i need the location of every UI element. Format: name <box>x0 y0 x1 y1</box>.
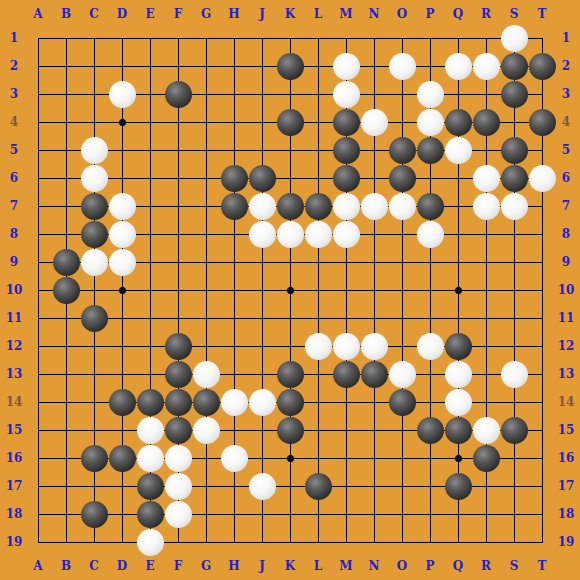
column-label-bottom: T <box>538 560 547 572</box>
black-stone[interactable] <box>333 109 360 136</box>
column-label-top: J <box>259 8 265 20</box>
row-label-left: 4 <box>10 116 18 128</box>
column-label-top: N <box>369 8 380 20</box>
row-label-right: 16 <box>558 452 575 464</box>
black-stone[interactable] <box>193 389 220 416</box>
black-stone[interactable] <box>501 137 528 164</box>
white-stone[interactable] <box>165 445 192 472</box>
white-stone[interactable] <box>109 221 136 248</box>
row-label-right: 13 <box>558 368 575 380</box>
row-label-left: 11 <box>6 312 23 324</box>
black-stone[interactable] <box>137 389 164 416</box>
row-label-left: 5 <box>10 144 18 156</box>
row-label-right: 1 <box>562 32 570 44</box>
column-label-bottom: H <box>228 560 239 572</box>
row-label-left: 8 <box>10 228 18 240</box>
row-label-right: 18 <box>558 508 575 520</box>
black-stone[interactable] <box>445 473 472 500</box>
column-label-bottom: F <box>174 560 183 572</box>
white-stone[interactable] <box>417 221 444 248</box>
row-label-left: 15 <box>6 424 23 436</box>
white-stone[interactable] <box>333 193 360 220</box>
white-stone[interactable] <box>81 249 108 276</box>
row-label-left: 2 <box>10 60 18 72</box>
white-stone[interactable] <box>389 193 416 220</box>
black-stone[interactable] <box>277 361 304 388</box>
white-stone[interactable] <box>417 109 444 136</box>
black-stone[interactable] <box>165 389 192 416</box>
white-stone[interactable] <box>137 417 164 444</box>
black-stone[interactable] <box>389 165 416 192</box>
black-stone[interactable] <box>165 81 192 108</box>
grid-line-horizontal <box>38 318 543 319</box>
column-label-bottom: O <box>397 560 407 572</box>
black-stone[interactable] <box>221 193 248 220</box>
white-stone[interactable] <box>305 333 332 360</box>
white-stone[interactable] <box>333 53 360 80</box>
column-label-top: L <box>314 8 322 20</box>
column-label-top: B <box>61 8 71 20</box>
grid-line-vertical <box>402 38 403 543</box>
black-stone[interactable] <box>445 333 472 360</box>
column-label-bottom: C <box>89 560 99 572</box>
white-stone[interactable] <box>333 221 360 248</box>
go-board[interactable]: AABBCCDDEEFFGGHHJJKKLLMMNNOOPPQQRRSSTT11… <box>0 0 580 580</box>
black-stone[interactable] <box>445 417 472 444</box>
white-stone[interactable] <box>529 165 556 192</box>
column-label-bottom: R <box>481 560 491 572</box>
black-stone[interactable] <box>445 109 472 136</box>
column-label-top: Q <box>453 8 463 20</box>
row-label-right: 19 <box>558 536 575 548</box>
white-stone[interactable] <box>473 417 500 444</box>
row-label-left: 12 <box>6 340 23 352</box>
row-label-right: 4 <box>562 116 570 128</box>
white-stone[interactable] <box>417 81 444 108</box>
row-label-left: 17 <box>6 480 23 492</box>
row-label-right: 7 <box>562 200 570 212</box>
black-stone[interactable] <box>165 333 192 360</box>
grid-line-horizontal <box>38 514 543 515</box>
row-label-left: 9 <box>10 256 18 268</box>
row-label-right: 15 <box>558 424 575 436</box>
row-label-left: 6 <box>10 172 18 184</box>
black-stone[interactable] <box>417 193 444 220</box>
black-stone[interactable] <box>81 501 108 528</box>
column-label-bottom: G <box>201 560 211 572</box>
row-label-left: 10 <box>6 284 23 296</box>
white-stone[interactable] <box>501 193 528 220</box>
column-label-top: C <box>89 8 99 20</box>
black-stone[interactable] <box>249 165 276 192</box>
row-label-left: 7 <box>10 200 18 212</box>
white-stone[interactable] <box>389 361 416 388</box>
column-label-bottom: E <box>145 560 154 572</box>
star-point <box>287 287 294 294</box>
white-stone[interactable] <box>193 417 220 444</box>
row-label-right: 12 <box>558 340 575 352</box>
black-stone[interactable] <box>53 249 80 276</box>
column-label-top: K <box>285 8 295 20</box>
row-label-left: 13 <box>6 368 23 380</box>
row-label-right: 8 <box>562 228 570 240</box>
column-label-top: A <box>33 8 42 20</box>
star-point <box>287 455 294 462</box>
black-stone[interactable] <box>389 137 416 164</box>
row-label-left: 14 <box>6 396 23 408</box>
black-stone[interactable] <box>501 81 528 108</box>
row-label-right: 17 <box>558 480 575 492</box>
white-stone[interactable] <box>445 361 472 388</box>
column-label-bottom: J <box>259 560 265 572</box>
white-stone[interactable] <box>109 249 136 276</box>
black-stone[interactable] <box>333 361 360 388</box>
column-label-top: G <box>201 8 211 20</box>
row-label-left: 3 <box>10 88 18 100</box>
white-stone[interactable] <box>249 389 276 416</box>
black-stone[interactable] <box>305 473 332 500</box>
black-stone[interactable] <box>529 53 556 80</box>
grid-line-vertical <box>318 38 319 543</box>
white-stone[interactable] <box>137 529 164 556</box>
black-stone[interactable] <box>137 473 164 500</box>
column-label-top: M <box>339 8 352 20</box>
black-stone[interactable] <box>109 389 136 416</box>
black-stone[interactable] <box>81 221 108 248</box>
white-stone[interactable] <box>249 473 276 500</box>
row-label-left: 19 <box>6 536 23 548</box>
white-stone[interactable] <box>305 221 332 248</box>
black-stone[interactable] <box>53 277 80 304</box>
black-stone[interactable] <box>277 53 304 80</box>
column-label-bottom: A <box>33 560 42 572</box>
black-stone[interactable] <box>501 53 528 80</box>
column-label-bottom: L <box>314 560 322 572</box>
white-stone[interactable] <box>445 53 472 80</box>
white-stone[interactable] <box>333 81 360 108</box>
white-stone[interactable] <box>501 25 528 52</box>
column-label-top: R <box>481 8 491 20</box>
row-label-left: 18 <box>6 508 23 520</box>
white-stone[interactable] <box>165 501 192 528</box>
row-label-left: 1 <box>10 32 18 44</box>
white-stone[interactable] <box>137 445 164 472</box>
black-stone[interactable] <box>81 193 108 220</box>
row-label-right: 9 <box>562 256 570 268</box>
white-stone[interactable] <box>473 53 500 80</box>
star-point <box>119 119 126 126</box>
black-stone[interactable] <box>277 389 304 416</box>
row-label-right: 2 <box>562 60 570 72</box>
black-stone[interactable] <box>277 417 304 444</box>
white-stone[interactable] <box>361 109 388 136</box>
row-label-right: 10 <box>558 284 575 296</box>
column-label-top: T <box>538 8 547 20</box>
black-stone[interactable] <box>81 305 108 332</box>
white-stone[interactable] <box>501 361 528 388</box>
white-stone[interactable] <box>249 193 276 220</box>
black-stone[interactable] <box>501 417 528 444</box>
black-stone[interactable] <box>473 445 500 472</box>
column-label-bottom: B <box>61 560 71 572</box>
white-stone[interactable] <box>389 53 416 80</box>
row-label-right: 5 <box>562 144 570 156</box>
black-stone[interactable] <box>165 361 192 388</box>
white-stone[interactable] <box>193 361 220 388</box>
row-label-right: 3 <box>562 88 570 100</box>
star-point <box>455 287 462 294</box>
row-label-right: 14 <box>558 396 575 408</box>
white-stone[interactable] <box>333 333 360 360</box>
white-stone[interactable] <box>81 165 108 192</box>
white-stone[interactable] <box>473 165 500 192</box>
white-stone[interactable] <box>361 193 388 220</box>
column-label-top: D <box>117 8 127 20</box>
column-label-top: H <box>228 8 239 20</box>
row-label-right: 6 <box>562 172 570 184</box>
white-stone[interactable] <box>249 221 276 248</box>
black-stone[interactable] <box>333 137 360 164</box>
white-stone[interactable] <box>445 389 472 416</box>
black-stone[interactable] <box>333 165 360 192</box>
black-stone[interactable] <box>109 445 136 472</box>
row-label-left: 16 <box>6 452 23 464</box>
row-label-right: 11 <box>558 312 575 324</box>
white-stone[interactable] <box>361 333 388 360</box>
black-stone[interactable] <box>81 445 108 472</box>
column-label-bottom: Q <box>453 560 463 572</box>
column-label-top: F <box>174 8 183 20</box>
white-stone[interactable] <box>473 193 500 220</box>
black-stone[interactable] <box>529 109 556 136</box>
column-label-top: P <box>425 8 434 20</box>
grid-line-horizontal <box>38 542 543 543</box>
black-stone[interactable] <box>417 137 444 164</box>
black-stone[interactable] <box>389 389 416 416</box>
grid-line-vertical <box>514 38 515 543</box>
black-stone[interactable] <box>473 109 500 136</box>
star-point <box>119 287 126 294</box>
black-stone[interactable] <box>361 361 388 388</box>
black-stone[interactable] <box>277 109 304 136</box>
white-stone[interactable] <box>417 333 444 360</box>
black-stone[interactable] <box>221 165 248 192</box>
white-stone[interactable] <box>221 389 248 416</box>
black-stone[interactable] <box>277 193 304 220</box>
black-stone[interactable] <box>417 417 444 444</box>
black-stone[interactable] <box>501 165 528 192</box>
white-stone[interactable] <box>109 81 136 108</box>
column-label-bottom: N <box>369 560 380 572</box>
white-stone[interactable] <box>165 473 192 500</box>
white-stone[interactable] <box>81 137 108 164</box>
white-stone[interactable] <box>277 221 304 248</box>
column-label-top: S <box>510 8 519 20</box>
column-label-bottom: P <box>425 560 434 572</box>
column-label-top: O <box>397 8 407 20</box>
black-stone[interactable] <box>137 501 164 528</box>
white-stone[interactable] <box>445 137 472 164</box>
column-label-top: E <box>145 8 154 20</box>
column-label-bottom: D <box>117 560 127 572</box>
column-label-bottom: S <box>510 560 519 572</box>
black-stone[interactable] <box>305 193 332 220</box>
white-stone[interactable] <box>109 193 136 220</box>
white-stone[interactable] <box>221 445 248 472</box>
star-point <box>455 455 462 462</box>
column-label-bottom: K <box>285 560 295 572</box>
column-label-bottom: M <box>339 560 352 572</box>
black-stone[interactable] <box>165 417 192 444</box>
